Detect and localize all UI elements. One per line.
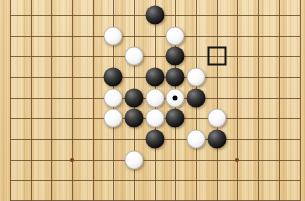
white-stone[interactable] (125, 47, 144, 66)
grid-line-vertical (72, 0, 73, 201)
white-stone[interactable] (207, 109, 226, 128)
grid-line-vertical (279, 0, 280, 201)
white-stone[interactable] (104, 26, 123, 45)
black-stone[interactable] (125, 109, 144, 128)
black-stone[interactable] (104, 67, 123, 86)
black-stone[interactable] (125, 88, 144, 107)
white-stone[interactable] (166, 26, 185, 45)
black-stone[interactable] (166, 47, 185, 66)
black-stone[interactable] (145, 67, 164, 86)
last-move-marker (173, 95, 178, 100)
black-stone[interactable] (207, 129, 226, 148)
grid-line-horizontal (10, 56, 300, 57)
go-board[interactable] (0, 0, 305, 201)
grid-line-horizontal (10, 160, 300, 161)
grid-line-vertical (93, 0, 94, 201)
grid-line-vertical (217, 0, 218, 201)
black-stone[interactable] (166, 109, 185, 128)
screenshot (0, 0, 305, 201)
grid-line-vertical (10, 0, 11, 201)
square-marker (207, 47, 226, 66)
grid-line-vertical (237, 0, 238, 201)
grid-line-horizontal (10, 200, 300, 201)
grid-line-horizontal (10, 180, 300, 181)
grid-line-vertical (31, 0, 32, 201)
white-stone[interactable] (125, 150, 144, 169)
white-stone[interactable] (145, 88, 164, 107)
white-stone[interactable] (187, 129, 206, 148)
black-stone[interactable] (166, 67, 185, 86)
white-stone[interactable] (104, 88, 123, 107)
grid-line-vertical (300, 0, 301, 201)
white-stone[interactable] (187, 67, 206, 86)
star-point (235, 158, 239, 162)
black-stone[interactable] (145, 129, 164, 148)
black-stone[interactable] (145, 6, 164, 25)
star-point (70, 158, 74, 162)
white-stone[interactable] (145, 109, 164, 128)
grid-line-horizontal (10, 36, 300, 37)
white-stone[interactable] (104, 109, 123, 128)
grid-line-vertical (51, 0, 52, 201)
black-stone[interactable] (187, 88, 206, 107)
grid-line-vertical (258, 0, 259, 201)
